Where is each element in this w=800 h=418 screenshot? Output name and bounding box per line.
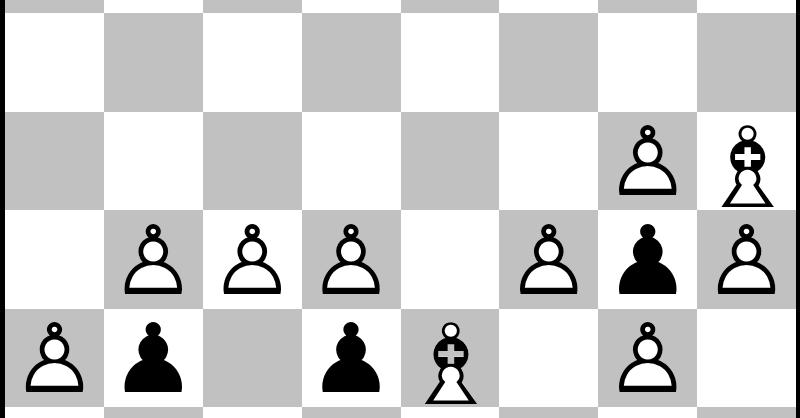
white-pawn: ♟♙ — [697, 210, 796, 309]
square-g5[interactable]: ♟♙ — [598, 112, 697, 211]
white-pawn-glyph: ♙ — [209, 213, 295, 309]
black-pawn: ♟ — [104, 309, 203, 408]
square-e3[interactable]: ♝♗ — [401, 309, 500, 408]
white-pawn-fill-layer: ♟ — [110, 213, 196, 309]
square-a3[interactable]: ♟♙ — [5, 309, 104, 408]
square-d7[interactable] — [302, 0, 401, 13]
black-pawn-glyph: ♟ — [605, 213, 691, 309]
white-pawn: ♟♙ — [5, 309, 104, 408]
white-pawn-fill-layer: ♟ — [506, 213, 592, 309]
white-pawn: ♟♙ — [203, 210, 302, 309]
white-pawn-glyph: ♙ — [110, 213, 196, 309]
black-pawn-glyph: ♟ — [110, 311, 196, 407]
chess-board: ♟♙♝♗♟♙♟♙♟♙♟♙♟♟♙♟♙♟♟♝♗♟♙ — [5, 0, 796, 418]
white-pawn-glyph: ♙ — [704, 213, 790, 309]
white-pawn-fill-layer: ♟ — [11, 311, 97, 407]
square-c2[interactable] — [203, 407, 302, 418]
square-b2[interactable] — [104, 407, 203, 418]
square-b5[interactable] — [104, 112, 203, 211]
square-a2[interactable] — [5, 407, 104, 418]
white-pawn-glyph: ♙ — [605, 114, 691, 210]
square-h2[interactable] — [697, 407, 796, 418]
square-b3[interactable]: ♟ — [104, 309, 203, 408]
square-e7[interactable] — [401, 0, 500, 13]
square-f5[interactable] — [499, 112, 598, 211]
black-pawn: ♟ — [302, 309, 401, 408]
square-d4[interactable]: ♟♙ — [302, 210, 401, 309]
square-c3[interactable] — [203, 309, 302, 408]
white-bishop: ♝♗ — [697, 112, 796, 211]
square-a5[interactable] — [5, 112, 104, 211]
white-bishop-glyph: ♗ — [401, 309, 501, 418]
square-f3[interactable] — [499, 309, 598, 408]
white-bishop: ♝♗ — [401, 309, 500, 408]
square-a4[interactable] — [5, 210, 104, 309]
white-pawn-glyph: ♙ — [605, 311, 691, 407]
white-pawn-fill-layer: ♟ — [605, 114, 691, 210]
square-f7[interactable] — [499, 0, 598, 13]
square-e6[interactable] — [401, 13, 500, 112]
square-c6[interactable] — [203, 13, 302, 112]
square-c5[interactable] — [203, 112, 302, 211]
square-d5[interactable] — [302, 112, 401, 211]
square-h4[interactable]: ♟♙ — [697, 210, 796, 309]
square-e5[interactable] — [401, 112, 500, 211]
square-h5[interactable]: ♝♗ — [697, 112, 796, 211]
white-pawn: ♟♙ — [499, 210, 598, 309]
black-pawn: ♟ — [598, 210, 697, 309]
white-bishop-fill-layer: ♝ — [401, 309, 501, 418]
square-f4[interactable]: ♟♙ — [499, 210, 598, 309]
square-e4[interactable] — [401, 210, 500, 309]
white-bishop-glyph: ♗ — [697, 112, 797, 224]
square-c4[interactable]: ♟♙ — [203, 210, 302, 309]
square-e2[interactable] — [401, 407, 500, 418]
square-g7[interactable] — [598, 0, 697, 13]
square-a7[interactable] — [5, 0, 104, 13]
square-g2[interactable] — [598, 407, 697, 418]
white-pawn-glyph: ♙ — [11, 311, 97, 407]
white-pawn: ♟♙ — [598, 309, 697, 408]
board-frame: ♟♙♝♗♟♙♟♙♟♙♟♙♟♟♙♟♙♟♟♝♗♟♙ — [0, 0, 800, 418]
white-pawn: ♟♙ — [104, 210, 203, 309]
square-b4[interactable]: ♟♙ — [104, 210, 203, 309]
square-h6[interactable] — [697, 13, 796, 112]
white-pawn-fill-layer: ♟ — [209, 213, 295, 309]
white-pawn-fill-layer: ♟ — [704, 213, 790, 309]
square-b7[interactable] — [104, 0, 203, 13]
square-h3[interactable] — [697, 309, 796, 408]
square-g6[interactable] — [598, 13, 697, 112]
square-a6[interactable] — [5, 13, 104, 112]
white-pawn-glyph: ♙ — [506, 213, 592, 309]
white-bishop-fill-layer: ♝ — [697, 112, 797, 224]
square-b6[interactable] — [104, 13, 203, 112]
square-c7[interactable] — [203, 0, 302, 13]
white-pawn-fill-layer: ♟ — [605, 311, 691, 407]
square-d3[interactable]: ♟ — [302, 309, 401, 408]
white-pawn: ♟♙ — [598, 112, 697, 211]
black-pawn-glyph: ♟ — [308, 311, 394, 407]
square-g4[interactable]: ♟ — [598, 210, 697, 309]
square-d2[interactable] — [302, 407, 401, 418]
square-f6[interactable] — [499, 13, 598, 112]
square-h7[interactable] — [697, 0, 796, 13]
white-pawn-glyph: ♙ — [308, 213, 394, 309]
square-g3[interactable]: ♟♙ — [598, 309, 697, 408]
square-f2[interactable] — [499, 407, 598, 418]
white-pawn: ♟♙ — [302, 210, 401, 309]
white-pawn-fill-layer: ♟ — [308, 213, 394, 309]
square-d6[interactable] — [302, 13, 401, 112]
